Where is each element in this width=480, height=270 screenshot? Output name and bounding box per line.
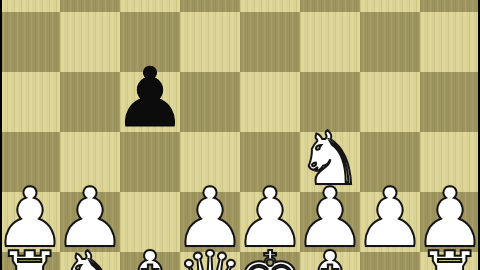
white-bishop-piece[interactable]: ♝ [117, 241, 183, 270]
video-frame: ♟♞♟♟♟♟♟♟♟♜♞♝♛♚♝♜ [0, 0, 480, 270]
chess-board: ♟♞♟♟♟♟♟♟♟♜♞♝♛♚♝♜ [0, 0, 480, 270]
frame-edge-left [0, 0, 2, 270]
square-g2[interactable]: ♟ [360, 192, 420, 252]
white-rook-piece[interactable]: ♜ [0, 241, 63, 270]
square-b5[interactable] [60, 12, 120, 72]
square-h1[interactable]: ♜ [420, 252, 480, 270]
square-d6[interactable] [180, 0, 240, 12]
black-pawn-piece[interactable]: ♟ [113, 57, 187, 139]
square-f6[interactable] [300, 0, 360, 12]
white-rook-piece[interactable]: ♜ [417, 241, 480, 270]
square-g4[interactable] [360, 72, 420, 132]
square-c4[interactable]: ♟ [120, 72, 180, 132]
square-a1[interactable]: ♜ [0, 252, 60, 270]
white-bishop-piece[interactable]: ♝ [297, 241, 363, 270]
square-e5[interactable] [240, 12, 300, 72]
square-b1[interactable]: ♞ [60, 252, 120, 270]
square-b6[interactable] [60, 0, 120, 12]
square-a4[interactable] [0, 72, 60, 132]
square-d5[interactable] [180, 12, 240, 72]
white-queen-piece[interactable]: ♛ [177, 241, 243, 270]
white-knight-piece[interactable]: ♞ [57, 241, 123, 270]
square-f5[interactable] [300, 12, 360, 72]
square-h5[interactable] [420, 12, 480, 72]
square-e1[interactable]: ♚ [240, 252, 300, 270]
square-c1[interactable]: ♝ [120, 252, 180, 270]
square-h6[interactable] [420, 0, 480, 12]
square-h4[interactable] [420, 72, 480, 132]
square-e4[interactable] [240, 72, 300, 132]
square-g5[interactable] [360, 12, 420, 72]
square-d4[interactable] [180, 72, 240, 132]
square-e6[interactable] [240, 0, 300, 12]
white-king-piece[interactable]: ♚ [237, 241, 303, 270]
square-f1[interactable]: ♝ [300, 252, 360, 270]
square-d1[interactable]: ♛ [180, 252, 240, 270]
square-c6[interactable] [120, 0, 180, 12]
square-a6[interactable] [0, 0, 60, 12]
square-a5[interactable] [0, 12, 60, 72]
square-b4[interactable] [60, 72, 120, 132]
square-g6[interactable] [360, 0, 420, 12]
